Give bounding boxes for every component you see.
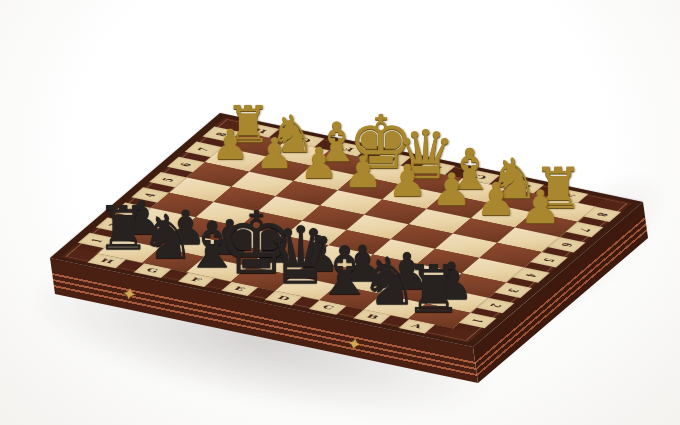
product-photo-scene: HGFEDCBAHGFEDCBA8765432187654321 ✦ ✦ ♜♞♝… xyxy=(0,0,680,425)
brass-clasp-icon: ✦ xyxy=(121,285,138,304)
piece-gold-pawn[interactable]: ♟ xyxy=(495,185,585,231)
piece-black-rook[interactable]: ♜ xyxy=(389,257,479,323)
